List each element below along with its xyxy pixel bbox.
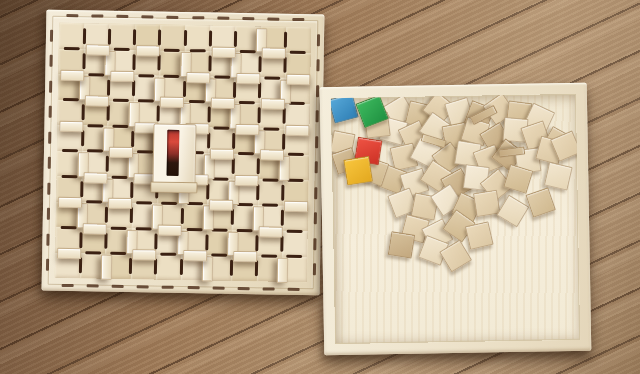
groove-slot bbox=[180, 208, 183, 224]
groove-slot bbox=[290, 51, 306, 54]
groove-slot bbox=[114, 48, 130, 51]
groove-slot bbox=[256, 184, 259, 200]
board-cell[interactable] bbox=[160, 25, 186, 51]
groove-slot bbox=[79, 257, 82, 273]
groove-slot bbox=[133, 54, 136, 70]
tray-tile-wood[interactable] bbox=[496, 195, 529, 228]
wall-tile[interactable] bbox=[211, 46, 235, 57]
groove-slot bbox=[237, 228, 253, 231]
wall-tile[interactable] bbox=[236, 72, 260, 83]
wall-tile[interactable] bbox=[261, 98, 285, 109]
groove-slot bbox=[211, 254, 227, 257]
wall-tile[interactable] bbox=[136, 45, 160, 56]
wall-tile[interactable] bbox=[210, 97, 234, 108]
frame-slot bbox=[315, 136, 318, 148]
wall-tile[interactable] bbox=[110, 70, 134, 81]
groove-slot bbox=[133, 29, 136, 45]
tray-tile-wood[interactable] bbox=[465, 221, 494, 250]
groove-slot bbox=[85, 251, 101, 254]
frame-slot bbox=[49, 80, 52, 92]
wall-tile[interactable] bbox=[57, 248, 81, 259]
frame-slot bbox=[86, 284, 98, 287]
wall-tile[interactable] bbox=[234, 174, 258, 185]
groove-slot bbox=[255, 235, 258, 251]
groove-slot bbox=[288, 153, 304, 156]
frame-slot bbox=[242, 17, 254, 20]
groove-slot bbox=[186, 228, 202, 231]
frame-slot bbox=[317, 34, 320, 46]
groove-slot bbox=[206, 183, 209, 199]
groove-slot bbox=[137, 150, 153, 153]
tray-tile-yellow[interactable] bbox=[343, 156, 373, 186]
groove-slot bbox=[205, 234, 208, 250]
groove-slot bbox=[79, 232, 82, 248]
board-cell[interactable] bbox=[109, 24, 135, 50]
wall-tile[interactable] bbox=[262, 47, 286, 58]
groove-slot bbox=[108, 28, 111, 44]
frame-slot bbox=[187, 286, 199, 289]
groove-slot bbox=[231, 209, 234, 225]
groove-slot bbox=[129, 258, 132, 274]
groove-slot bbox=[86, 200, 102, 203]
frame-slot bbox=[268, 17, 280, 20]
groove-slot bbox=[213, 126, 229, 129]
wall-tile[interactable] bbox=[158, 224, 182, 235]
groove-slot bbox=[138, 99, 154, 102]
wall-tile[interactable] bbox=[183, 250, 207, 261]
groove-slot bbox=[234, 31, 237, 47]
groove-slot bbox=[130, 207, 133, 223]
groove-slot bbox=[257, 159, 260, 175]
tower-base bbox=[150, 181, 197, 193]
wall-tile[interactable] bbox=[233, 251, 257, 262]
tile-tray-interior bbox=[331, 94, 580, 344]
wall-tile[interactable] bbox=[83, 172, 107, 183]
wall-tile[interactable] bbox=[58, 197, 82, 208]
wall-tile[interactable] bbox=[101, 255, 112, 280]
frame-slot bbox=[238, 287, 250, 290]
board-cell[interactable] bbox=[156, 254, 182, 280]
groove-slot bbox=[189, 49, 205, 52]
groove-slot bbox=[82, 53, 85, 69]
groove-slot bbox=[262, 203, 278, 206]
groove-slot bbox=[105, 207, 108, 223]
groove-slot bbox=[240, 50, 256, 53]
groove-slot bbox=[62, 149, 78, 152]
frame-slot bbox=[217, 17, 229, 20]
frame-slot bbox=[293, 18, 305, 21]
tray-tile-blue[interactable] bbox=[331, 94, 359, 124]
frame-slot bbox=[162, 286, 174, 289]
frame-slot bbox=[46, 233, 49, 245]
groove-slot bbox=[131, 131, 134, 147]
groove-slot bbox=[183, 30, 186, 46]
frame-slot bbox=[49, 55, 52, 67]
wall-tile[interactable] bbox=[286, 124, 310, 135]
groove-slot bbox=[112, 175, 128, 178]
board-cell[interactable] bbox=[59, 23, 85, 49]
frame-slot bbox=[192, 16, 204, 19]
frame-slot bbox=[313, 238, 316, 250]
wall-tile[interactable] bbox=[84, 95, 108, 106]
groove-slot bbox=[230, 260, 233, 276]
groove-slot bbox=[83, 28, 86, 44]
groove-slot bbox=[111, 226, 127, 229]
tower-slot bbox=[167, 130, 180, 176]
groove-slot bbox=[161, 202, 177, 205]
groove-slot bbox=[161, 253, 177, 256]
frame-slot bbox=[50, 29, 53, 41]
wall-tile[interactable] bbox=[235, 123, 259, 134]
board-cell[interactable] bbox=[258, 179, 284, 205]
groove-slot bbox=[255, 261, 258, 277]
photo-scene bbox=[0, 0, 640, 374]
groove-slot bbox=[63, 47, 79, 50]
groove-slot bbox=[211, 228, 227, 231]
wall-tile[interactable] bbox=[260, 149, 284, 160]
frame-slot bbox=[49, 106, 52, 118]
frame-slot bbox=[48, 157, 51, 169]
groove-slot bbox=[232, 133, 235, 149]
wall-tile[interactable] bbox=[277, 258, 288, 283]
groove-slot bbox=[182, 81, 185, 97]
groove-slot bbox=[258, 108, 261, 124]
groove-slot bbox=[288, 178, 304, 181]
groove-slot bbox=[207, 107, 210, 123]
groove-slot bbox=[130, 182, 133, 198]
groove-slot bbox=[259, 57, 262, 73]
groove-slot bbox=[112, 124, 128, 127]
frame-slot bbox=[66, 14, 78, 17]
wall-tile[interactable] bbox=[259, 226, 283, 237]
frame-slot bbox=[116, 15, 128, 18]
wall-tile[interactable] bbox=[60, 69, 84, 80]
maze-board-grid bbox=[55, 23, 311, 282]
goal-tower-piece[interactable] bbox=[152, 123, 196, 189]
frame-slot bbox=[316, 111, 319, 123]
groove-slot bbox=[107, 79, 110, 95]
groove-slot bbox=[287, 229, 303, 232]
groove-slot bbox=[106, 105, 109, 121]
groove-slot bbox=[136, 227, 152, 230]
groove-slot bbox=[164, 74, 180, 77]
frame-slot bbox=[263, 287, 275, 290]
wall-tile[interactable] bbox=[82, 223, 106, 234]
groove-slot bbox=[88, 73, 104, 76]
groove-slot bbox=[208, 56, 211, 72]
maze-board-box bbox=[42, 10, 325, 296]
frame-slot bbox=[47, 182, 50, 194]
board-cell[interactable] bbox=[282, 231, 308, 257]
wall-tile[interactable] bbox=[210, 148, 234, 159]
wall-tile[interactable] bbox=[284, 201, 308, 212]
groove-slot bbox=[187, 202, 203, 205]
tray-tile-wood[interactable] bbox=[525, 187, 556, 218]
wall-tile[interactable] bbox=[186, 72, 210, 83]
wall-tile[interactable] bbox=[85, 44, 109, 55]
groove-slot bbox=[209, 30, 212, 46]
frame-slot bbox=[212, 287, 224, 290]
groove-slot bbox=[61, 174, 77, 177]
groove-slot bbox=[132, 80, 135, 96]
groove-slot bbox=[106, 156, 109, 172]
frame-slot bbox=[316, 60, 319, 72]
frame-slot bbox=[316, 85, 319, 97]
groove-slot bbox=[261, 254, 277, 257]
groove-slot bbox=[188, 100, 204, 103]
wall-tile[interactable] bbox=[160, 97, 184, 108]
frame-slot bbox=[112, 285, 124, 288]
frame-slot bbox=[314, 187, 317, 199]
frame-slot bbox=[137, 285, 149, 288]
board-cell[interactable] bbox=[185, 25, 211, 51]
groove-slot bbox=[81, 104, 84, 120]
groove-slot bbox=[289, 102, 305, 105]
wall-tile[interactable] bbox=[287, 73, 311, 84]
groove-slot bbox=[139, 74, 155, 77]
frame-slot bbox=[48, 131, 51, 143]
wall-tile[interactable] bbox=[109, 147, 133, 158]
frame-slot bbox=[142, 15, 154, 18]
groove-slot bbox=[113, 99, 129, 102]
groove-slot bbox=[258, 82, 261, 98]
groove-slot bbox=[80, 181, 83, 197]
groove-slot bbox=[233, 82, 236, 98]
groove-slot bbox=[264, 127, 280, 130]
groove-slot bbox=[87, 149, 103, 152]
tile-tray-box bbox=[320, 83, 592, 356]
groove-slot bbox=[232, 158, 235, 174]
wall-tile[interactable] bbox=[108, 198, 132, 209]
groove-slot bbox=[104, 232, 107, 248]
tray-tile-wood[interactable] bbox=[544, 162, 573, 191]
groove-slot bbox=[237, 203, 253, 206]
frame-slot bbox=[313, 264, 316, 276]
wall-tile[interactable] bbox=[209, 199, 233, 210]
groove-slot bbox=[87, 124, 103, 127]
frame-slot bbox=[91, 14, 103, 17]
groove-slot bbox=[214, 75, 230, 78]
frame-slot bbox=[314, 213, 317, 225]
groove-slot bbox=[179, 259, 182, 275]
groove-slot bbox=[263, 178, 279, 181]
groove-slot bbox=[239, 101, 255, 104]
groove-slot bbox=[62, 98, 78, 101]
frame-slot bbox=[167, 16, 179, 19]
wall-tile[interactable] bbox=[59, 120, 83, 131]
frame-slot bbox=[315, 162, 318, 174]
groove-slot bbox=[110, 252, 126, 255]
frame-slot bbox=[61, 284, 73, 287]
frame-slot bbox=[47, 208, 50, 220]
groove-slot bbox=[238, 152, 254, 155]
groove-slot bbox=[136, 201, 152, 204]
frame-slot bbox=[46, 259, 49, 271]
groove-slot bbox=[287, 255, 303, 258]
frame-slot bbox=[288, 288, 300, 291]
groove-slot bbox=[164, 49, 180, 52]
groove-slot bbox=[212, 177, 228, 180]
groove-slot bbox=[60, 225, 76, 228]
groove-slot bbox=[264, 76, 280, 79]
groove-slot bbox=[207, 132, 210, 148]
groove-slot bbox=[81, 130, 84, 146]
wall-tile[interactable] bbox=[132, 249, 156, 260]
tray-tile-wood[interactable] bbox=[388, 231, 415, 258]
board-cell[interactable] bbox=[286, 27, 312, 53]
